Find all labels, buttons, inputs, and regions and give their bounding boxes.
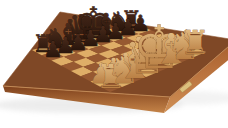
chess-board[interactable]: ♜♞♝♛♚♝♞♜♟♟♟♟♟♟♟♟♟♟♟♟♟♟♟♟♜♞♝♛♚♝♞♜	[0, 0, 228, 128]
chess-board-photo: ♜♞♝♛♚♝♞♜♟♟♟♟♟♟♟♟♟♟♟♟♟♟♟♟♜♞♝♛♚♝♞♜	[0, 0, 228, 128]
piece-white-rook-h1[interactable]: ♜	[181, 23, 211, 62]
